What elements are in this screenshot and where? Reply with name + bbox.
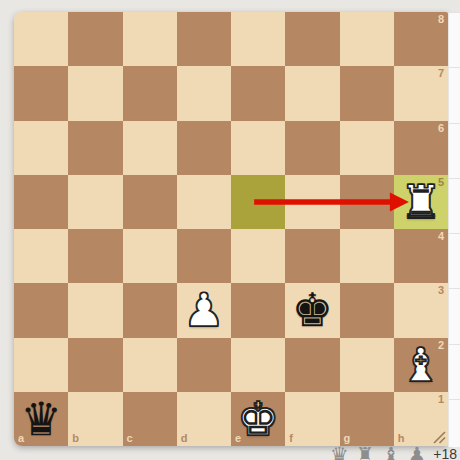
square-b8[interactable] xyxy=(68,12,122,66)
square-e6[interactable] xyxy=(231,121,285,175)
square-g3[interactable] xyxy=(340,283,394,337)
square-f4[interactable] xyxy=(285,229,339,283)
square-a6[interactable] xyxy=(14,121,68,175)
square-h1[interactable]: 1h xyxy=(394,392,448,446)
side-panel-row xyxy=(449,345,460,400)
square-h6[interactable]: 6 xyxy=(394,121,448,175)
square-d2[interactable] xyxy=(177,338,231,392)
square-f1[interactable]: f xyxy=(285,392,339,446)
square-e5[interactable] xyxy=(231,175,285,229)
piece-white-rook[interactable]: ♜ xyxy=(394,175,448,229)
square-h8[interactable]: 8 xyxy=(394,12,448,66)
square-d6[interactable] xyxy=(177,121,231,175)
square-a2[interactable] xyxy=(14,338,68,392)
piece-white-king[interactable]: ♚ xyxy=(231,392,285,446)
rank-label-7: 7 xyxy=(438,68,444,79)
square-g2[interactable] xyxy=(340,338,394,392)
square-c3[interactable] xyxy=(123,283,177,337)
piece-white-bishop[interactable]: ♝ xyxy=(394,338,448,392)
square-e2[interactable] xyxy=(231,338,285,392)
square-d1[interactable]: d xyxy=(177,392,231,446)
rank-label-4: 4 xyxy=(438,231,444,242)
square-d7[interactable] xyxy=(177,66,231,120)
chess-app-stage: 8765♜4♟♚32♝a♛bcde♚fg1h ♛♜♝♟+18 xyxy=(0,0,460,460)
square-d8[interactable] xyxy=(177,12,231,66)
rank-label-8: 8 xyxy=(438,14,444,25)
piece-black-queen[interactable]: ♛ xyxy=(14,392,68,446)
material-pawn-icon: ♟ xyxy=(407,445,426,460)
material-queen-icon: ♛ xyxy=(330,445,349,460)
square-g6[interactable] xyxy=(340,121,394,175)
square-a1[interactable]: a♛ xyxy=(14,392,68,446)
file-label-c: c xyxy=(127,433,133,444)
rank-label-3: 3 xyxy=(438,285,444,296)
file-label-d: d xyxy=(181,433,188,444)
rank-label-1: 1 xyxy=(438,394,444,405)
square-g7[interactable] xyxy=(340,66,394,120)
side-panel-row xyxy=(449,179,460,234)
square-c5[interactable] xyxy=(123,175,177,229)
square-c6[interactable] xyxy=(123,121,177,175)
square-g1[interactable]: g xyxy=(340,392,394,446)
square-h3[interactable]: 3 xyxy=(394,283,448,337)
square-f7[interactable] xyxy=(285,66,339,120)
board-resize-handle[interactable] xyxy=(432,430,447,445)
square-a7[interactable] xyxy=(14,66,68,120)
square-a4[interactable] xyxy=(14,229,68,283)
square-f8[interactable] xyxy=(285,12,339,66)
file-label-f: f xyxy=(289,433,293,444)
square-a3[interactable] xyxy=(14,283,68,337)
square-e4[interactable] xyxy=(231,229,285,283)
square-g4[interactable] xyxy=(340,229,394,283)
square-a5[interactable] xyxy=(14,175,68,229)
material-rook-icon: ♜ xyxy=(356,445,375,460)
square-c7[interactable] xyxy=(123,66,177,120)
rank-label-6: 6 xyxy=(438,123,444,134)
file-label-b: b xyxy=(72,433,79,444)
square-h5[interactable]: 5♜ xyxy=(394,175,448,229)
material-advantage-value: +18 xyxy=(433,446,457,460)
square-f6[interactable] xyxy=(285,121,339,175)
square-b6[interactable] xyxy=(68,121,122,175)
square-e3[interactable] xyxy=(231,283,285,337)
square-d3[interactable]: ♟ xyxy=(177,283,231,337)
square-h7[interactable]: 7 xyxy=(394,66,448,120)
square-b2[interactable] xyxy=(68,338,122,392)
square-h2[interactable]: 2♝ xyxy=(394,338,448,392)
square-g8[interactable] xyxy=(340,12,394,66)
piece-white-pawn[interactable]: ♟ xyxy=(177,283,231,337)
square-c4[interactable] xyxy=(123,229,177,283)
square-d4[interactable] xyxy=(177,229,231,283)
side-panel-row xyxy=(449,234,460,289)
square-c8[interactable] xyxy=(123,12,177,66)
square-f3[interactable]: ♚ xyxy=(285,283,339,337)
square-b3[interactable] xyxy=(68,283,122,337)
square-b5[interactable] xyxy=(68,175,122,229)
square-e1[interactable]: e♚ xyxy=(231,392,285,446)
square-b1[interactable]: b xyxy=(68,392,122,446)
square-b4[interactable] xyxy=(68,229,122,283)
side-panel-edge xyxy=(448,12,460,447)
square-c2[interactable] xyxy=(123,338,177,392)
square-b7[interactable] xyxy=(68,66,122,120)
side-panel-row xyxy=(449,68,460,123)
square-c1[interactable]: c xyxy=(123,392,177,446)
square-g5[interactable] xyxy=(340,175,394,229)
square-e8[interactable] xyxy=(231,12,285,66)
chess-board: 8765♜4♟♚32♝a♛bcde♚fg1h xyxy=(14,12,448,446)
material-bishop-icon: ♝ xyxy=(382,445,401,460)
square-f5[interactable] xyxy=(285,175,339,229)
square-h4[interactable]: 4 xyxy=(394,229,448,283)
square-e7[interactable] xyxy=(231,66,285,120)
side-panel-row xyxy=(449,124,460,179)
piece-black-king[interactable]: ♚ xyxy=(285,283,339,337)
square-a8[interactable] xyxy=(14,12,68,66)
square-d5[interactable] xyxy=(177,175,231,229)
side-panel-row xyxy=(449,289,460,344)
side-panel-row xyxy=(449,13,460,68)
square-f2[interactable] xyxy=(285,338,339,392)
material-advantage-bar: ♛♜♝♟+18 xyxy=(330,445,457,460)
